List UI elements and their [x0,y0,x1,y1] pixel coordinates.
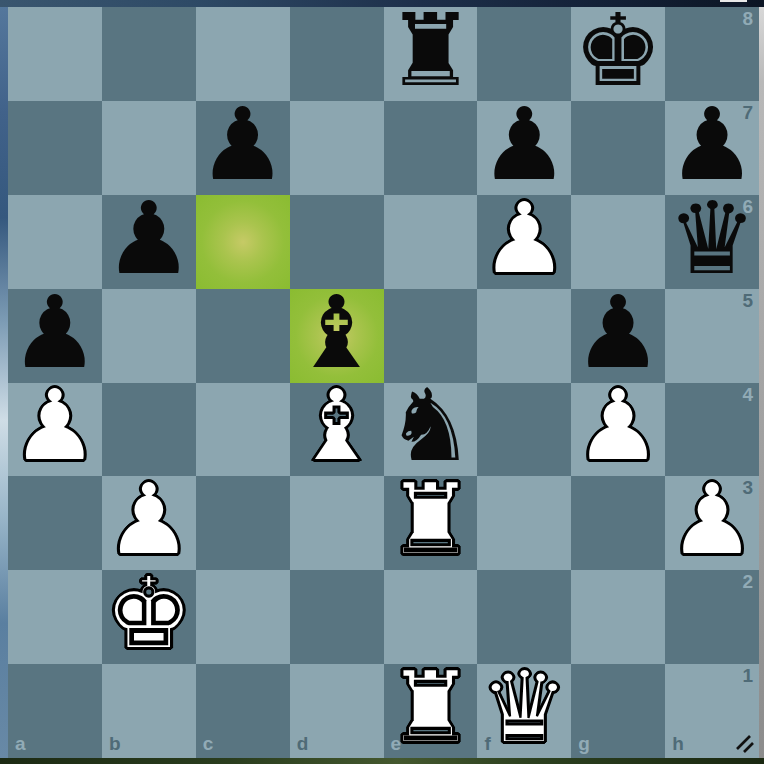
coord-rank-4: 4 [742,384,753,406]
piece-black-pawn[interactable]: ♟ [102,195,196,289]
square-a3[interactable] [8,476,102,570]
square-a7[interactable] [8,101,102,195]
square-e8[interactable]: ♜ [384,7,478,101]
piece-black-king[interactable]: ♚ [571,7,665,101]
board-resize-handle-icon[interactable] [734,733,756,755]
square-b5[interactable] [102,289,196,383]
square-a4[interactable]: ♟ [8,383,102,477]
square-e7[interactable] [384,101,478,195]
piece-white-pawn[interactable]: ♟ [665,476,759,570]
square-c3[interactable] [196,476,290,570]
piece-white-pawn[interactable]: ♟ [571,383,665,477]
square-f4[interactable] [477,383,571,477]
square-c5[interactable] [196,289,290,383]
piece-white-pawn[interactable]: ♟ [477,195,571,289]
square-d2[interactable] [290,570,384,664]
square-e6[interactable] [384,195,478,289]
square-f6[interactable]: ♟ [477,195,571,289]
square-f1[interactable]: ♛f [477,664,571,758]
background-browser-tab [720,0,747,7]
square-g2[interactable] [571,570,665,664]
square-c4[interactable] [196,383,290,477]
square-a8[interactable] [8,7,102,101]
square-g7[interactable] [571,101,665,195]
coord-rank-5: 5 [742,290,753,312]
square-b6[interactable]: ♟ [102,195,196,289]
square-c2[interactable] [196,570,290,664]
square-g1[interactable]: g [571,664,665,758]
piece-black-pawn[interactable]: ♟ [196,101,290,195]
square-a2[interactable] [8,570,102,664]
square-b8[interactable] [102,7,196,101]
scrollbar-strip[interactable] [759,7,764,758]
square-h5[interactable]: 5 [665,289,759,383]
coord-rank-2: 2 [742,571,753,593]
square-g8[interactable]: ♚ [571,7,665,101]
piece-white-queen[interactable]: ♛ [477,664,571,758]
piece-white-king[interactable]: ♚ [102,570,196,664]
square-a1[interactable]: a [8,664,102,758]
square-d1[interactable]: d [290,664,384,758]
piece-black-rook[interactable]: ♜ [384,7,478,101]
coord-rank-1: 1 [742,665,753,687]
square-h6[interactable]: ♛6 [665,195,759,289]
coord-rank-8: 8 [742,8,753,30]
background-trees-strip [0,758,764,764]
square-b2[interactable]: ♚ [102,570,196,664]
square-h2[interactable]: 2 [665,570,759,664]
square-d8[interactable] [290,7,384,101]
piece-black-queen[interactable]: ♛ [665,195,759,289]
coord-file-b: b [109,733,121,755]
coord-file-c: c [203,733,214,755]
square-g4[interactable]: ♟ [571,383,665,477]
chess-board[interactable]: ♜♚8♟♟♟7♟♟♛6♟♝♟5♟♝♞♟4♟♜♟3♚2abcd♜e♛fgh1 [8,7,759,758]
piece-white-bishop[interactable]: ♝ [290,383,384,477]
square-f5[interactable] [477,289,571,383]
square-c7[interactable]: ♟ [196,101,290,195]
square-d7[interactable] [290,101,384,195]
square-f3[interactable] [477,476,571,570]
coord-file-a: a [15,733,26,755]
coord-file-g: g [578,733,590,755]
square-e3[interactable]: ♜ [384,476,478,570]
square-d3[interactable] [290,476,384,570]
coord-file-h: h [672,733,684,755]
background-sky-strip [0,7,8,758]
square-b1[interactable]: b [102,664,196,758]
square-e1[interactable]: ♜e [384,664,478,758]
piece-white-rook[interactable]: ♜ [384,664,478,758]
coord-file-d: d [297,733,309,755]
piece-white-rook[interactable]: ♜ [384,476,478,570]
square-d4[interactable]: ♝ [290,383,384,477]
square-h3[interactable]: ♟3 [665,476,759,570]
square-c6[interactable] [196,195,290,289]
square-c1[interactable]: c [196,664,290,758]
piece-white-pawn[interactable]: ♟ [8,383,102,477]
square-g3[interactable] [571,476,665,570]
